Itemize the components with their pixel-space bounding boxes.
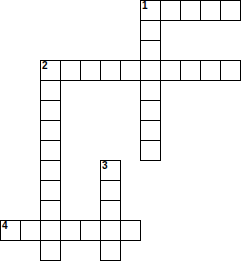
cell-r11-c4[interactable] <box>80 220 101 241</box>
cell-r3-c4[interactable] <box>80 60 101 81</box>
cell-r0-c11[interactable] <box>220 0 241 21</box>
cell-r2-c7[interactable] <box>140 40 161 61</box>
clue-number-2: 2 <box>42 61 48 71</box>
cell-r0-c8[interactable] <box>160 0 181 21</box>
cell-r0-c7[interactable]: 1 <box>140 0 161 21</box>
cell-r3-c9[interactable] <box>180 60 201 81</box>
cell-r8-c5[interactable]: 3 <box>100 160 121 181</box>
cell-r5-c2[interactable] <box>40 100 61 121</box>
cell-r10-c5[interactable] <box>100 200 121 221</box>
cell-r0-c9[interactable] <box>180 0 201 21</box>
cell-r9-c2[interactable] <box>40 180 61 201</box>
cell-r6-c7[interactable] <box>140 120 161 141</box>
cell-r6-c2[interactable] <box>40 120 61 141</box>
cell-r3-c7[interactable] <box>140 60 161 81</box>
cell-r5-c7[interactable] <box>140 100 161 121</box>
cell-r3-c10[interactable] <box>200 60 221 81</box>
cell-r9-c5[interactable] <box>100 180 121 201</box>
cell-r11-c1[interactable] <box>20 220 41 241</box>
cell-r4-c2[interactable] <box>40 80 61 101</box>
cell-r11-c5[interactable] <box>100 220 121 241</box>
cell-r1-c7[interactable] <box>140 20 161 41</box>
cell-r3-c6[interactable] <box>120 60 141 81</box>
cell-r11-c3[interactable] <box>60 220 81 241</box>
cell-r7-c2[interactable] <box>40 140 61 161</box>
cell-r10-c2[interactable] <box>40 200 61 221</box>
cell-r3-c8[interactable] <box>160 60 181 81</box>
cell-r3-c11[interactable] <box>220 60 241 81</box>
cell-r4-c7[interactable] <box>140 80 161 101</box>
cell-r3-c3[interactable] <box>60 60 81 81</box>
crossword-grid: 1234 <box>0 0 241 261</box>
cell-r7-c7[interactable] <box>140 140 161 161</box>
cell-r11-c2[interactable] <box>40 220 61 241</box>
cell-r3-c5[interactable] <box>100 60 121 81</box>
clue-number-1: 1 <box>142 1 148 11</box>
clue-number-4: 4 <box>2 221 8 231</box>
cell-r12-c5[interactable] <box>100 240 121 261</box>
cell-r11-c0[interactable]: 4 <box>0 220 21 241</box>
clue-number-3: 3 <box>102 161 108 171</box>
cell-r12-c2[interactable] <box>40 240 61 261</box>
cell-r0-c10[interactable] <box>200 0 221 21</box>
cell-r8-c2[interactable] <box>40 160 61 181</box>
cell-r11-c6[interactable] <box>120 220 141 241</box>
cell-r3-c2[interactable]: 2 <box>40 60 61 81</box>
